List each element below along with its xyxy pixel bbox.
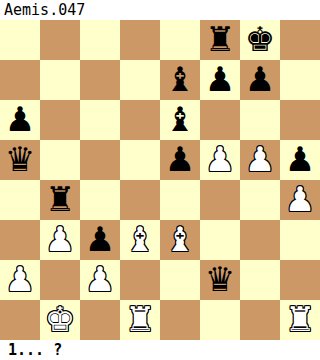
white-pawn[interactable]: ♟ bbox=[5, 259, 35, 299]
square-a3[interactable] bbox=[0, 220, 40, 260]
square-f8[interactable]: ♜ bbox=[200, 20, 240, 60]
square-f7[interactable]: ♟ bbox=[200, 60, 240, 100]
white-rook[interactable]: ♜ bbox=[125, 299, 155, 339]
black-queen[interactable]: ♛ bbox=[205, 259, 235, 299]
square-b5[interactable] bbox=[40, 140, 80, 180]
black-pawn[interactable]: ♟ bbox=[285, 139, 315, 179]
square-e1[interactable] bbox=[160, 300, 200, 340]
square-c4[interactable] bbox=[80, 180, 120, 220]
square-e2[interactable] bbox=[160, 260, 200, 300]
square-g2[interactable] bbox=[240, 260, 280, 300]
white-bishop[interactable]: ♝ bbox=[125, 219, 155, 259]
square-c3[interactable]: ♟ bbox=[80, 220, 120, 260]
square-d3[interactable]: ♝ bbox=[120, 220, 160, 260]
square-g6[interactable] bbox=[240, 100, 280, 140]
square-g5[interactable]: ♟ bbox=[240, 140, 280, 180]
square-a6[interactable]: ♟ bbox=[0, 100, 40, 140]
square-d1[interactable]: ♜ bbox=[120, 300, 160, 340]
square-b1[interactable]: ♚ bbox=[40, 300, 80, 340]
chess-board: ♜♚♝♟♟♟♝♛♟♟♟♟♜♟♟♟♝♝♟♟♛♚♜♜ bbox=[0, 20, 320, 340]
square-h7[interactable] bbox=[280, 60, 320, 100]
square-c8[interactable] bbox=[80, 20, 120, 60]
square-b7[interactable] bbox=[40, 60, 80, 100]
black-queen[interactable]: ♛ bbox=[5, 139, 35, 179]
square-d4[interactable] bbox=[120, 180, 160, 220]
move-prompt: 1... ? bbox=[0, 340, 320, 360]
black-pawn[interactable]: ♟ bbox=[85, 219, 115, 259]
white-bishop[interactable]: ♝ bbox=[165, 219, 195, 259]
square-e5[interactable]: ♟ bbox=[160, 140, 200, 180]
square-d2[interactable] bbox=[120, 260, 160, 300]
square-b2[interactable] bbox=[40, 260, 80, 300]
white-pawn[interactable]: ♟ bbox=[205, 139, 235, 179]
square-a2[interactable]: ♟ bbox=[0, 260, 40, 300]
square-b3[interactable]: ♟ bbox=[40, 220, 80, 260]
square-h1[interactable]: ♜ bbox=[280, 300, 320, 340]
square-b4[interactable]: ♜ bbox=[40, 180, 80, 220]
square-g7[interactable]: ♟ bbox=[240, 60, 280, 100]
square-d6[interactable] bbox=[120, 100, 160, 140]
white-pawn[interactable]: ♟ bbox=[85, 259, 115, 299]
square-e4[interactable] bbox=[160, 180, 200, 220]
square-g1[interactable] bbox=[240, 300, 280, 340]
white-pawn[interactable]: ♟ bbox=[285, 179, 315, 219]
black-bishop[interactable]: ♝ bbox=[165, 99, 195, 139]
black-pawn[interactable]: ♟ bbox=[5, 99, 35, 139]
square-b6[interactable] bbox=[40, 100, 80, 140]
square-h2[interactable] bbox=[280, 260, 320, 300]
square-e7[interactable]: ♝ bbox=[160, 60, 200, 100]
chess-puzzle-app: Aemis.047 ♜♚♝♟♟♟♝♛♟♟♟♟♜♟♟♟♝♝♟♟♛♚♜♜ 1... … bbox=[0, 0, 320, 360]
square-e3[interactable]: ♝ bbox=[160, 220, 200, 260]
square-c2[interactable]: ♟ bbox=[80, 260, 120, 300]
square-a1[interactable] bbox=[0, 300, 40, 340]
square-c7[interactable] bbox=[80, 60, 120, 100]
square-f1[interactable] bbox=[200, 300, 240, 340]
black-pawn[interactable]: ♟ bbox=[165, 139, 195, 179]
square-d7[interactable] bbox=[120, 60, 160, 100]
square-a5[interactable]: ♛ bbox=[0, 140, 40, 180]
square-e8[interactable] bbox=[160, 20, 200, 60]
square-f4[interactable] bbox=[200, 180, 240, 220]
square-h4[interactable]: ♟ bbox=[280, 180, 320, 220]
square-f6[interactable] bbox=[200, 100, 240, 140]
square-d5[interactable] bbox=[120, 140, 160, 180]
black-rook[interactable]: ♜ bbox=[45, 179, 75, 219]
square-b8[interactable] bbox=[40, 20, 80, 60]
square-g8[interactable]: ♚ bbox=[240, 20, 280, 60]
square-f5[interactable]: ♟ bbox=[200, 140, 240, 180]
black-bishop[interactable]: ♝ bbox=[165, 59, 195, 99]
square-e6[interactable]: ♝ bbox=[160, 100, 200, 140]
square-h5[interactable]: ♟ bbox=[280, 140, 320, 180]
square-f2[interactable]: ♛ bbox=[200, 260, 240, 300]
black-rook[interactable]: ♜ bbox=[205, 19, 235, 59]
square-h8[interactable] bbox=[280, 20, 320, 60]
square-c1[interactable] bbox=[80, 300, 120, 340]
black-king[interactable]: ♚ bbox=[245, 19, 275, 59]
square-a8[interactable] bbox=[0, 20, 40, 60]
white-rook[interactable]: ♜ bbox=[285, 299, 315, 339]
square-h3[interactable] bbox=[280, 220, 320, 260]
square-d8[interactable] bbox=[120, 20, 160, 60]
black-pawn[interactable]: ♟ bbox=[245, 59, 275, 99]
square-f3[interactable] bbox=[200, 220, 240, 260]
square-c5[interactable] bbox=[80, 140, 120, 180]
white-pawn[interactable]: ♟ bbox=[245, 139, 275, 179]
white-pawn[interactable]: ♟ bbox=[45, 219, 75, 259]
square-a4[interactable] bbox=[0, 180, 40, 220]
white-king[interactable]: ♚ bbox=[45, 299, 75, 339]
puzzle-title: Aemis.047 bbox=[0, 0, 320, 20]
square-a7[interactable] bbox=[0, 60, 40, 100]
square-g4[interactable] bbox=[240, 180, 280, 220]
square-h6[interactable] bbox=[280, 100, 320, 140]
square-c6[interactable] bbox=[80, 100, 120, 140]
black-pawn[interactable]: ♟ bbox=[205, 59, 235, 99]
square-g3[interactable] bbox=[240, 220, 280, 260]
